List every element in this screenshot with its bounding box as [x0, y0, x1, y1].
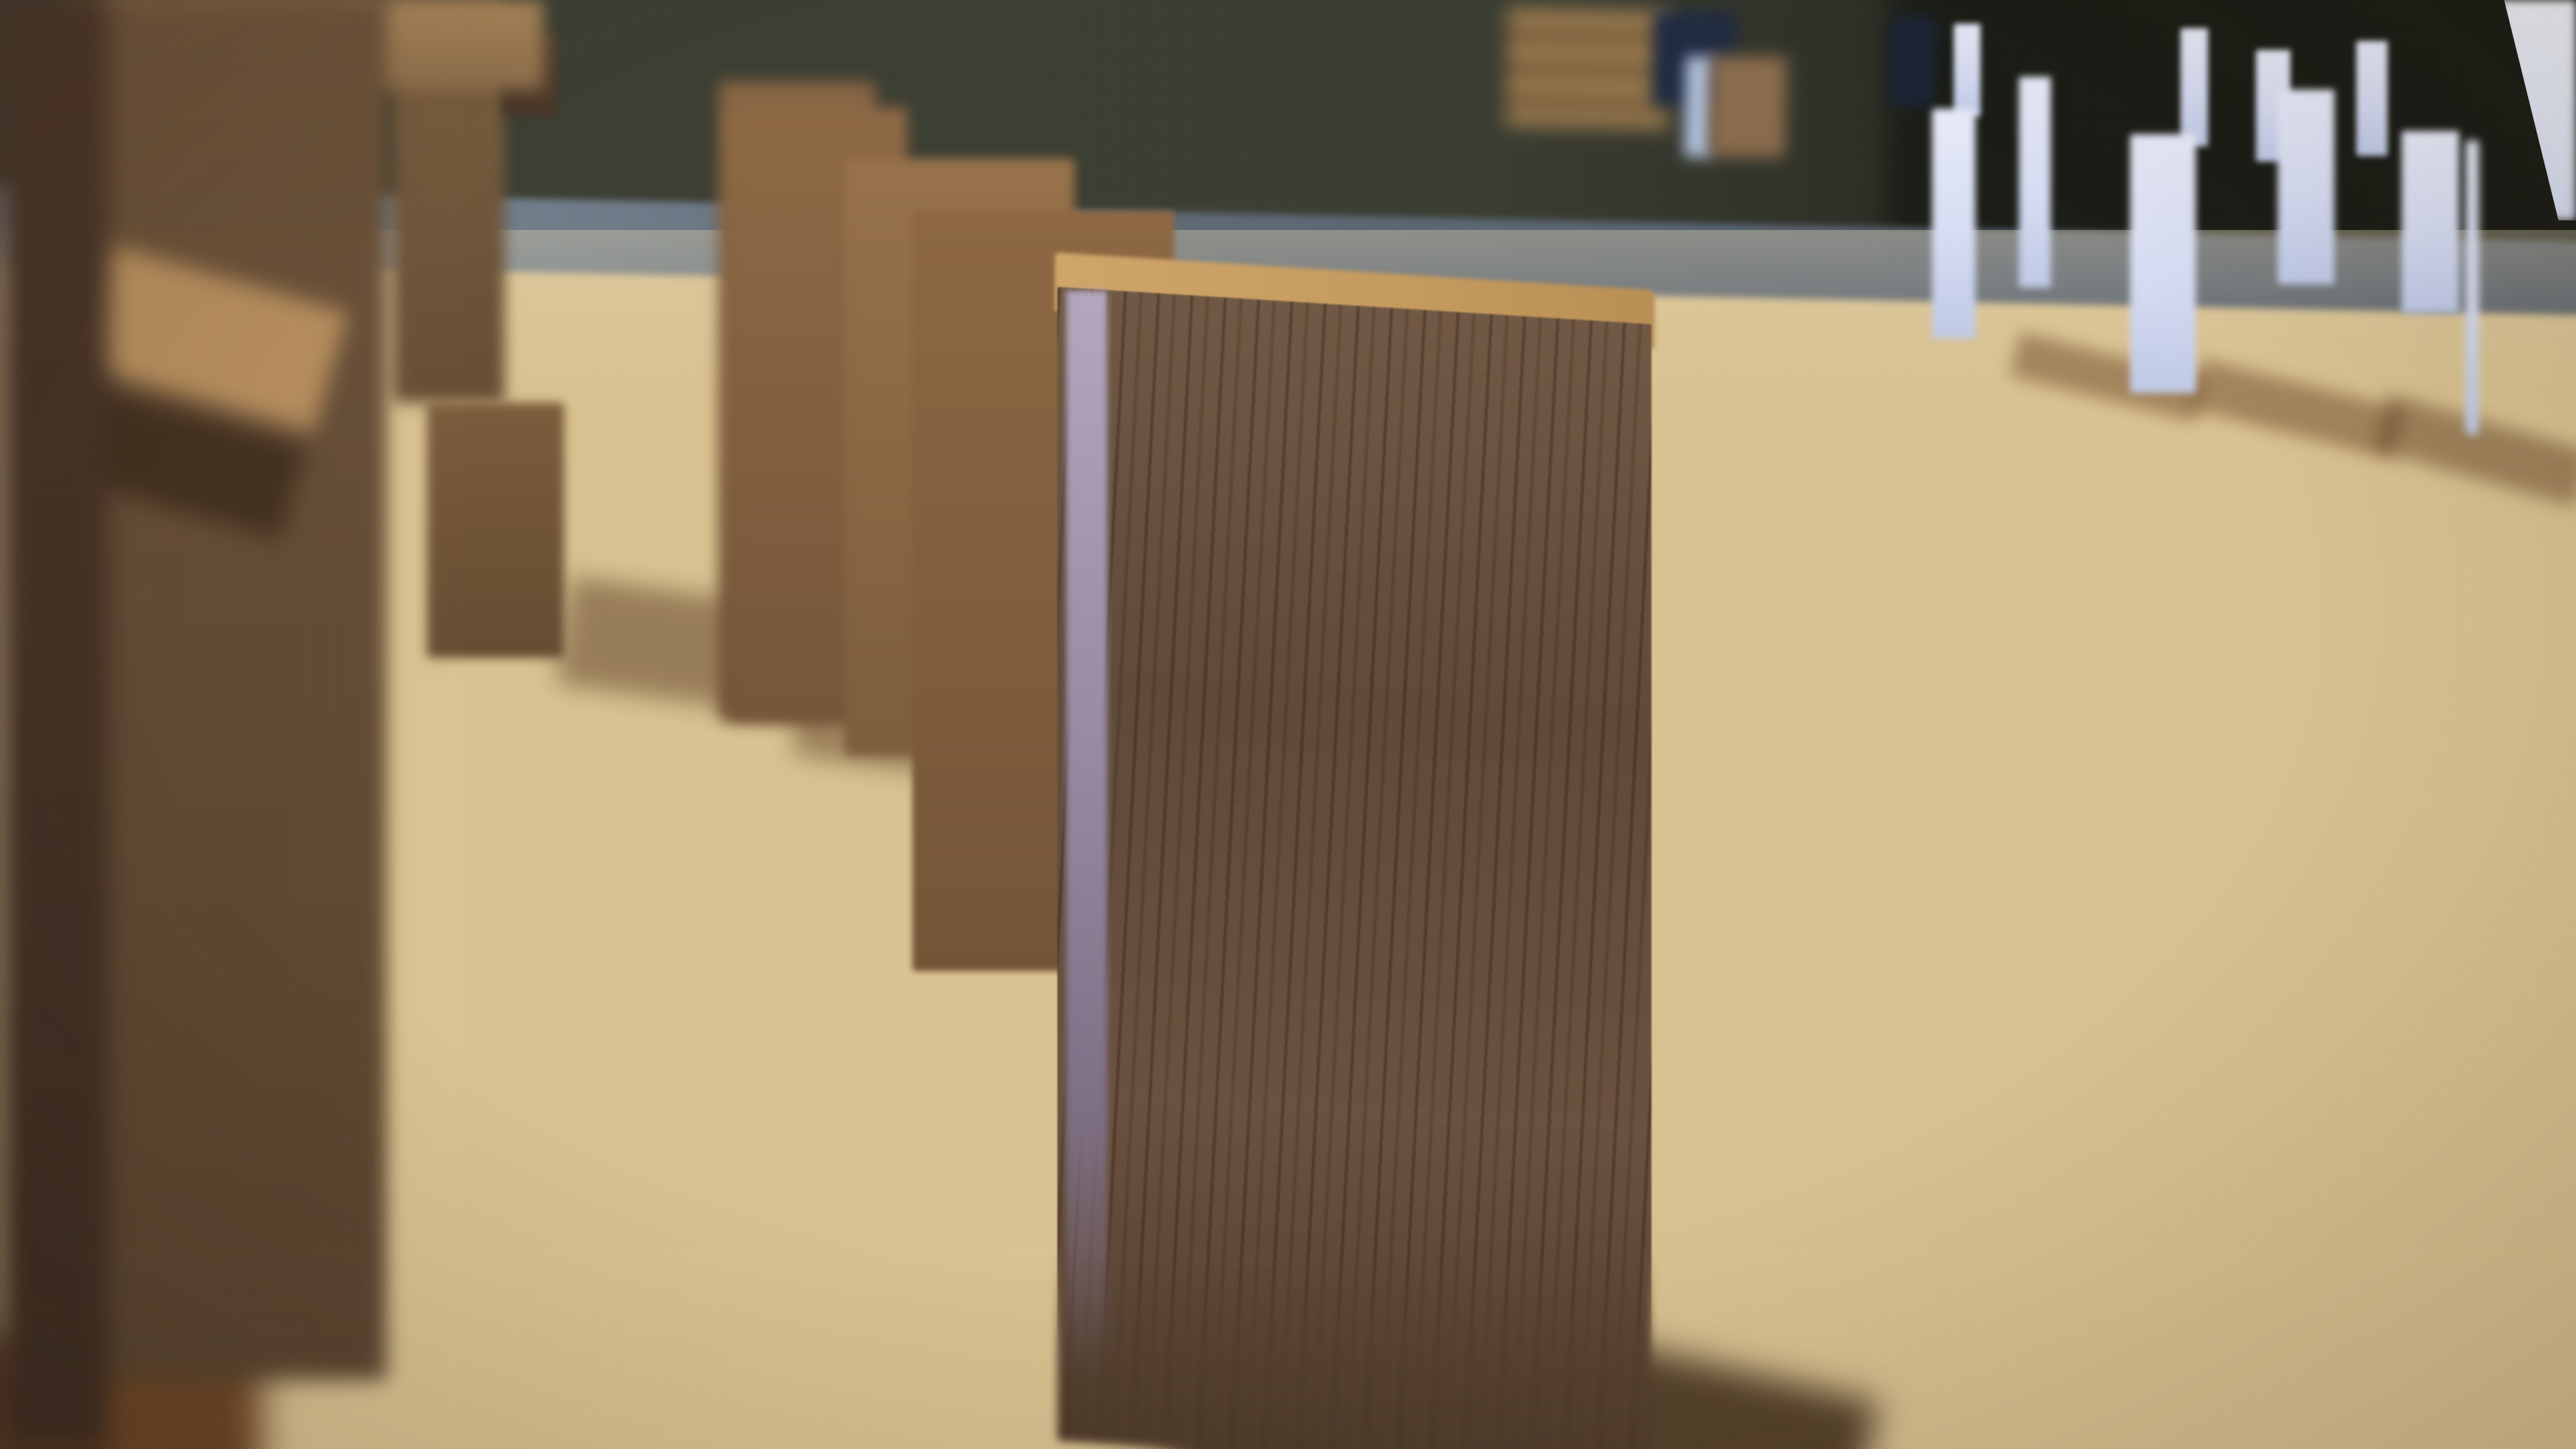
photo-scene [0, 0, 2576, 1449]
vignette-overlay [0, 0, 2576, 1449]
